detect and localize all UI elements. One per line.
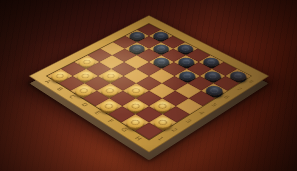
- square-e2[interactable]: [109, 90, 135, 105]
- square-c1[interactable]: [70, 83, 96, 98]
- checker-gold[interactable]: [150, 115, 174, 130]
- square-f3[interactable]: [135, 90, 161, 105]
- square-d2[interactable]: [96, 83, 122, 98]
- checker-gold[interactable]: [123, 115, 147, 130]
- checkers-board: ABCDEFGH 12345678: [28, 15, 268, 152]
- square-h5[interactable]: [188, 90, 214, 105]
- board-grid: [47, 23, 251, 139]
- square-f4[interactable]: [149, 83, 175, 98]
- checker-gold[interactable]: [72, 84, 95, 97]
- square-e4[interactable]: [136, 76, 162, 91]
- checker-gold[interactable]: [150, 99, 174, 113]
- square-c2[interactable]: [84, 76, 110, 91]
- square-f2[interactable]: [122, 98, 149, 114]
- board-frame: ABCDEFGH 12345678: [28, 15, 268, 152]
- square-e3[interactable]: [122, 83, 148, 98]
- square-h3[interactable]: [162, 106, 189, 122]
- square-h2[interactable]: [149, 114, 176, 131]
- square-g4[interactable]: [162, 90, 188, 105]
- wooden-table-background: ABCDEFGH 12345678: [0, 0, 297, 171]
- square-h1[interactable]: [135, 122, 163, 139]
- square-e1[interactable]: [95, 98, 122, 114]
- checker-gold[interactable]: [123, 99, 147, 113]
- square-g3[interactable]: [149, 98, 176, 114]
- square-b1[interactable]: [58, 76, 84, 91]
- square-g6[interactable]: [187, 76, 213, 91]
- checker-gold[interactable]: [98, 84, 121, 97]
- square-d3[interactable]: [110, 76, 136, 91]
- square-g2[interactable]: [135, 106, 162, 122]
- square-d1[interactable]: [82, 90, 108, 105]
- checker-gold[interactable]: [96, 99, 120, 113]
- square-h7[interactable]: [213, 76, 239, 91]
- square-g5[interactable]: [175, 83, 201, 98]
- square-g1[interactable]: [121, 114, 148, 131]
- square-f5[interactable]: [161, 76, 187, 91]
- square-f1[interactable]: [108, 106, 135, 122]
- checker-navy[interactable]: [202, 84, 225, 97]
- checker-gold[interactable]: [124, 84, 147, 97]
- square-h4[interactable]: [175, 98, 202, 114]
- board-scene: ABCDEFGH 12345678: [0, 0, 297, 171]
- square-h6[interactable]: [201, 83, 227, 98]
